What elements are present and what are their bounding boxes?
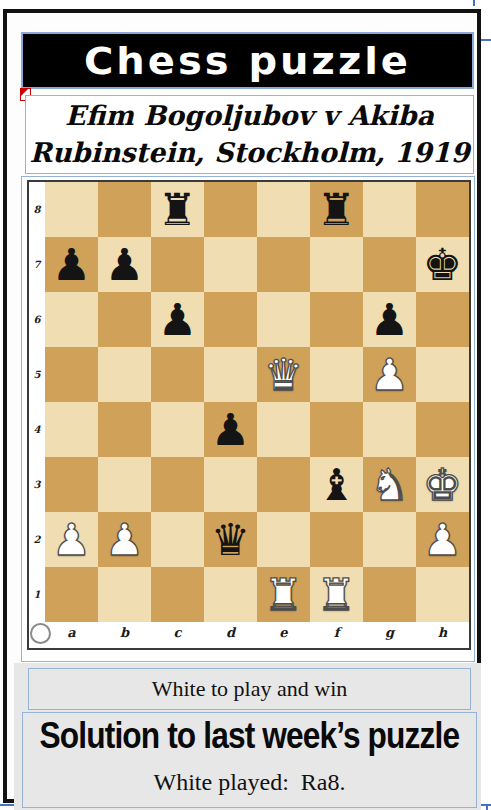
square-g8 (363, 182, 416, 237)
square-c3 (151, 457, 204, 512)
square-h5 (416, 347, 469, 402)
chessboard: 8♜♜7♟♟♚6♟♟5♛♟4♟3♝♞♚2♟♟♛♟1♜♜abcdefgh (29, 182, 469, 648)
square-d3 (204, 457, 257, 512)
square-b2: ♟ (98, 512, 151, 567)
square-e1: ♜ (257, 567, 310, 622)
piece-bP-g6: ♟ (370, 292, 409, 347)
square-h1 (416, 567, 469, 622)
piece-wR-f1: ♜ (317, 567, 356, 622)
solution-heading: Solution to last week’s puzzle (40, 715, 460, 757)
square-a5 (45, 347, 98, 402)
square-g2 (363, 512, 416, 567)
square-g4 (363, 402, 416, 457)
square-e5: ♛ (257, 347, 310, 402)
square-f6 (310, 292, 363, 347)
rank-label-5: 5 (29, 347, 45, 402)
square-g7 (363, 237, 416, 292)
square-e6 (257, 292, 310, 347)
chessboard-frame: 8♜♜7♟♟♚6♟♟5♛♟4♟3♝♞♚2♟♟♛♟1♜♜abcdefgh (27, 180, 471, 650)
piece-wQ-e5: ♛ (264, 347, 303, 402)
square-f4 (310, 402, 363, 457)
square-e2 (257, 512, 310, 567)
piece-wR-e1: ♜ (264, 567, 303, 622)
square-a7: ♟ (45, 237, 98, 292)
solution-text: White played: Ra8. (154, 769, 346, 796)
table-gridline-tick-3 (486, 804, 488, 810)
square-c6: ♟ (151, 292, 204, 347)
piece-wP-a2: ♟ (52, 512, 91, 567)
players-box[interactable]: Efim Bogoljubov v Akiba Rubinstein, Stoc… (25, 95, 474, 174)
rank-label-7: 7 (29, 237, 45, 292)
file-label-g: g (363, 622, 416, 648)
file-label-h: h (416, 622, 469, 648)
square-a3 (45, 457, 98, 512)
chessboard-box[interactable]: 8♜♜7♟♟♚6♟♟5♛♟4♟3♝♞♚2♟♟♛♟1♜♜abcdefgh (21, 176, 475, 662)
players-line-1: Efim Bogoljubov v Akiba (65, 98, 434, 134)
piece-bR-c8: ♜ (158, 182, 197, 237)
piece-wN-g3: ♞ (370, 457, 409, 512)
white-to-move-indicator (30, 623, 51, 644)
square-f8: ♜ (310, 182, 363, 237)
square-f7 (310, 237, 363, 292)
square-h3: ♚ (416, 457, 469, 512)
piece-bP-a7: ♟ (52, 237, 91, 292)
file-label-a: a (45, 622, 98, 648)
square-b7: ♟ (98, 237, 151, 292)
piece-bB-f3: ♝ (317, 457, 356, 512)
square-h2: ♟ (416, 512, 469, 567)
square-f3: ♝ (310, 457, 363, 512)
square-c5 (151, 347, 204, 402)
square-a8 (45, 182, 98, 237)
square-d2: ♛ (204, 512, 257, 567)
square-c8: ♜ (151, 182, 204, 237)
rank-label-1: 1 (29, 567, 45, 622)
square-f5 (310, 347, 363, 402)
square-d8 (204, 182, 257, 237)
square-c2 (151, 512, 204, 567)
square-e4 (257, 402, 310, 457)
file-label-f: f (310, 622, 363, 648)
rank-label-4: 4 (29, 402, 45, 457)
square-a4 (45, 402, 98, 457)
square-b6 (98, 292, 151, 347)
title-box[interactable]: Chess puzzle (21, 32, 474, 89)
piece-bP-b7: ♟ (105, 237, 144, 292)
piece-bQ-d2: ♛ (211, 512, 250, 567)
square-e7 (257, 237, 310, 292)
piece-wP-b2: ♟ (105, 512, 144, 567)
caption-box[interactable]: White to play and win (28, 668, 471, 710)
square-a1 (45, 567, 98, 622)
square-h8 (416, 182, 469, 237)
puzzle-panel: Chess puzzle Efim Bogoljubov v Akiba Rub… (3, 9, 481, 803)
file-label-c: c (151, 622, 204, 648)
file-label-b: b (98, 622, 151, 648)
square-d4: ♟ (204, 402, 257, 457)
rank-label-8: 8 (29, 182, 45, 237)
square-b4 (98, 402, 151, 457)
square-f2 (310, 512, 363, 567)
rank-label-6: 6 (29, 292, 45, 347)
solution-box[interactable]: Solution to last week’s puzzle White pla… (22, 712, 477, 808)
piece-bP-d4: ♟ (211, 402, 250, 457)
piece-wK-h3: ♚ (423, 457, 462, 512)
square-h6 (416, 292, 469, 347)
board-corner (29, 622, 45, 648)
square-c1 (151, 567, 204, 622)
page-title: Chess puzzle (84, 39, 411, 83)
rank-label-3: 3 (29, 457, 45, 512)
square-a2: ♟ (45, 512, 98, 567)
file-label-e: e (257, 622, 310, 648)
piece-bK-h7: ♚ (423, 237, 462, 292)
square-g5: ♟ (363, 347, 416, 402)
square-g6: ♟ (363, 292, 416, 347)
square-a6 (45, 292, 98, 347)
square-f1: ♜ (310, 567, 363, 622)
square-d6 (204, 292, 257, 347)
square-c7 (151, 237, 204, 292)
square-e3 (257, 457, 310, 512)
square-g1 (363, 567, 416, 622)
page: Chess puzzle Efim Bogoljubov v Akiba Rub… (0, 0, 491, 810)
caption-text: White to play and win (152, 676, 348, 702)
piece-wP-g5: ♟ (370, 347, 409, 402)
file-label-d: d (204, 622, 257, 648)
piece-bR-f8: ♜ (317, 182, 356, 237)
piece-bP-c6: ♟ (158, 292, 197, 347)
square-d5 (204, 347, 257, 402)
square-b8 (98, 182, 151, 237)
square-d1 (204, 567, 257, 622)
piece-wP-h2: ♟ (423, 512, 462, 567)
square-h4 (416, 402, 469, 457)
rank-label-2: 2 (29, 512, 45, 567)
square-b1 (98, 567, 151, 622)
square-c4 (151, 402, 204, 457)
players-line-2: Rubinstein, Stockholm, 1919 (30, 135, 470, 171)
square-g3: ♞ (363, 457, 416, 512)
square-b5 (98, 347, 151, 402)
square-h7: ♚ (416, 237, 469, 292)
square-d7 (204, 237, 257, 292)
square-b3 (98, 457, 151, 512)
square-e8 (257, 182, 310, 237)
